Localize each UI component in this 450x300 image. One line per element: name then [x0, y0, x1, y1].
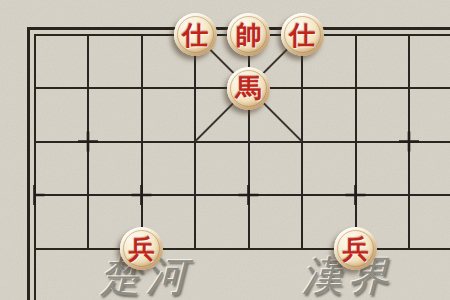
piece-red-general[interactable]: 帥	[227, 13, 270, 56]
xiangqi-board: 楚河 漢界 仕帥仕馬兵兵	[0, 0, 450, 300]
piece-glyph: 帥	[236, 22, 262, 48]
piece-red-advisor[interactable]: 仕	[281, 13, 324, 56]
piece-red-advisor[interactable]: 仕	[174, 13, 217, 56]
piece-glyph: 馬	[236, 75, 262, 101]
piece-red-soldier[interactable]: 兵	[334, 227, 377, 270]
piece-glyph: 兵	[343, 236, 369, 262]
piece-red-soldier[interactable]: 兵	[120, 227, 163, 270]
piece-red-horse[interactable]: 馬	[227, 67, 270, 110]
pieces-layer: 仕帥仕馬兵兵	[0, 0, 450, 300]
piece-glyph: 仕	[289, 22, 315, 48]
piece-glyph: 兵	[129, 236, 155, 262]
piece-glyph: 仕	[182, 22, 208, 48]
